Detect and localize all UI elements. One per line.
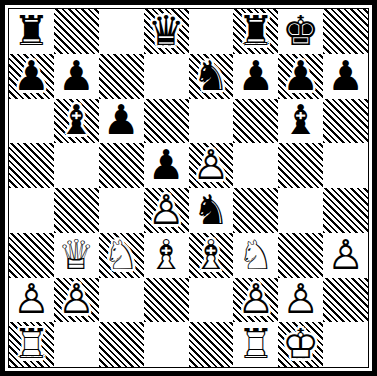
square-f6[interactable] xyxy=(233,99,278,144)
square-d3[interactable]: ♝♗ xyxy=(144,233,189,278)
black-pawn-glyph: ♟ xyxy=(99,99,144,144)
square-a4[interactable] xyxy=(9,188,54,233)
white-pawn: ♟♙ xyxy=(144,188,189,233)
square-a8[interactable]: ♜♜ xyxy=(9,9,54,54)
black-pawn: ♟♟ xyxy=(144,143,189,188)
white-knight: ♞♘ xyxy=(99,233,144,278)
square-g8[interactable]: ♚♚ xyxy=(278,9,323,54)
square-e6[interactable] xyxy=(189,99,234,144)
square-a1[interactable]: ♜♖ xyxy=(9,322,54,367)
white-knight-glyph: ♘ xyxy=(99,233,144,278)
white-pawn: ♟♙ xyxy=(233,278,278,323)
black-rook: ♜♜ xyxy=(233,9,278,54)
square-e7[interactable]: ♞♞ xyxy=(189,54,234,99)
square-e2[interactable] xyxy=(189,278,234,323)
black-pawn-glyph: ♟ xyxy=(323,54,368,99)
white-rook: ♜♖ xyxy=(233,322,278,367)
white-queen-glyph: ♕ xyxy=(54,233,99,278)
white-bishop: ♝♗ xyxy=(144,233,189,278)
white-pawn-glyph: ♙ xyxy=(278,278,323,323)
black-pawn: ♟♟ xyxy=(9,54,54,99)
black-pawn: ♟♟ xyxy=(323,54,368,99)
white-pawn-glyph: ♙ xyxy=(9,278,54,323)
square-f1[interactable]: ♜♖ xyxy=(233,322,278,367)
black-pawn-glyph: ♟ xyxy=(54,54,99,99)
black-pawn: ♟♟ xyxy=(278,54,323,99)
white-king: ♚♔ xyxy=(278,322,323,367)
square-b7[interactable]: ♟♟ xyxy=(54,54,99,99)
square-g5[interactable] xyxy=(278,143,323,188)
square-c6[interactable]: ♟♟ xyxy=(99,99,144,144)
square-c1[interactable] xyxy=(99,322,144,367)
white-bishop-glyph: ♗ xyxy=(189,233,234,278)
square-e8[interactable] xyxy=(189,9,234,54)
black-bishop-glyph: ♝ xyxy=(278,99,323,144)
white-rook-glyph: ♖ xyxy=(9,322,54,367)
square-e5[interactable]: ♟♙ xyxy=(189,143,234,188)
black-queen-glyph: ♛ xyxy=(144,9,189,54)
square-e3[interactable]: ♝♗ xyxy=(189,233,234,278)
white-pawn-glyph: ♙ xyxy=(233,278,278,323)
square-b6[interactable]: ♝♝ xyxy=(54,99,99,144)
white-pawn-glyph: ♙ xyxy=(323,233,368,278)
square-e1[interactable] xyxy=(189,322,234,367)
square-f7[interactable]: ♟♟ xyxy=(233,54,278,99)
diagram-border-gap: ♜♜♛♛♜♜♚♚♟♟♟♟♞♞♟♟♟♟♟♟♝♝♟♟♝♝♟♟♟♙♟♙♞♞♛♕♞♘♝♗… xyxy=(5,5,372,371)
white-king-glyph: ♔ xyxy=(278,322,323,367)
square-e4[interactable]: ♞♞ xyxy=(189,188,234,233)
square-f2[interactable]: ♟♙ xyxy=(233,278,278,323)
black-king: ♚♚ xyxy=(278,9,323,54)
square-h1[interactable] xyxy=(323,322,368,367)
white-pawn-glyph: ♙ xyxy=(189,143,234,188)
black-knight: ♞♞ xyxy=(189,54,234,99)
square-h2[interactable] xyxy=(323,278,368,323)
diagram-inner-border: ♜♜♛♛♜♜♚♚♟♟♟♟♞♞♟♟♟♟♟♟♝♝♟♟♝♝♟♟♟♙♟♙♞♞♛♕♞♘♝♗… xyxy=(8,8,369,368)
square-h8[interactable] xyxy=(323,9,368,54)
white-queen: ♛♕ xyxy=(54,233,99,278)
black-queen: ♛♛ xyxy=(144,9,189,54)
black-bishop: ♝♝ xyxy=(54,99,99,144)
black-knight-glyph: ♞ xyxy=(189,188,234,233)
white-pawn-glyph: ♙ xyxy=(144,188,189,233)
square-a5[interactable] xyxy=(9,143,54,188)
black-king-glyph: ♚ xyxy=(278,9,323,54)
black-rook-glyph: ♜ xyxy=(9,9,54,54)
square-c8[interactable] xyxy=(99,9,144,54)
square-a2[interactable]: ♟♙ xyxy=(9,278,54,323)
square-d8[interactable]: ♛♛ xyxy=(144,9,189,54)
black-bishop-glyph: ♝ xyxy=(54,99,99,144)
white-pawn: ♟♙ xyxy=(323,233,368,278)
black-knight-glyph: ♞ xyxy=(189,54,234,99)
square-g3[interactable] xyxy=(278,233,323,278)
square-c2[interactable] xyxy=(99,278,144,323)
square-f5[interactable] xyxy=(233,143,278,188)
square-g7[interactable]: ♟♟ xyxy=(278,54,323,99)
square-d2[interactable] xyxy=(144,278,189,323)
square-g2[interactable]: ♟♙ xyxy=(278,278,323,323)
square-a6[interactable] xyxy=(9,99,54,144)
square-h5[interactable] xyxy=(323,143,368,188)
white-knight: ♞♘ xyxy=(233,233,278,278)
white-rook-glyph: ♖ xyxy=(233,322,278,367)
white-knight-glyph: ♘ xyxy=(233,233,278,278)
square-a3[interactable] xyxy=(9,233,54,278)
black-pawn: ♟♟ xyxy=(99,99,144,144)
square-b4[interactable] xyxy=(54,188,99,233)
black-pawn-glyph: ♟ xyxy=(144,143,189,188)
black-pawn-glyph: ♟ xyxy=(278,54,323,99)
square-g6[interactable]: ♝♝ xyxy=(278,99,323,144)
black-rook: ♜♜ xyxy=(9,9,54,54)
square-d4[interactable]: ♟♙ xyxy=(144,188,189,233)
square-b2[interactable]: ♟♙ xyxy=(54,278,99,323)
black-pawn: ♟♟ xyxy=(233,54,278,99)
diagram-outer-border: ♜♜♛♛♜♜♚♚♟♟♟♟♞♞♟♟♟♟♟♟♝♝♟♟♝♝♟♟♟♙♟♙♞♞♛♕♞♘♝♗… xyxy=(0,0,377,376)
white-bishop-glyph: ♗ xyxy=(144,233,189,278)
square-d1[interactable] xyxy=(144,322,189,367)
square-c7[interactable] xyxy=(99,54,144,99)
white-pawn-glyph: ♙ xyxy=(54,278,99,323)
square-a7[interactable]: ♟♟ xyxy=(9,54,54,99)
square-b5[interactable] xyxy=(54,143,99,188)
black-knight: ♞♞ xyxy=(189,188,234,233)
square-h4[interactable] xyxy=(323,188,368,233)
white-rook: ♜♖ xyxy=(9,322,54,367)
square-c3[interactable]: ♞♘ xyxy=(99,233,144,278)
black-pawn: ♟♟ xyxy=(54,54,99,99)
square-d5[interactable]: ♟♟ xyxy=(144,143,189,188)
black-rook-glyph: ♜ xyxy=(233,9,278,54)
black-pawn-glyph: ♟ xyxy=(9,54,54,99)
square-b8[interactable] xyxy=(54,9,99,54)
white-pawn: ♟♙ xyxy=(9,278,54,323)
square-d6[interactable] xyxy=(144,99,189,144)
square-h3[interactable]: ♟♙ xyxy=(323,233,368,278)
square-f8[interactable]: ♜♜ xyxy=(233,9,278,54)
square-d7[interactable] xyxy=(144,54,189,99)
black-bishop: ♝♝ xyxy=(278,99,323,144)
square-b3[interactable]: ♛♕ xyxy=(54,233,99,278)
square-c4[interactable] xyxy=(99,188,144,233)
square-h6[interactable] xyxy=(323,99,368,144)
square-h7[interactable]: ♟♟ xyxy=(323,54,368,99)
chess-board: ♜♜♛♛♜♜♚♚♟♟♟♟♞♞♟♟♟♟♟♟♝♝♟♟♝♝♟♟♟♙♟♙♞♞♛♕♞♘♝♗… xyxy=(9,9,368,367)
square-g4[interactable] xyxy=(278,188,323,233)
white-bishop: ♝♗ xyxy=(189,233,234,278)
black-pawn-glyph: ♟ xyxy=(233,54,278,99)
square-f3[interactable]: ♞♘ xyxy=(233,233,278,278)
square-c5[interactable] xyxy=(99,143,144,188)
white-pawn: ♟♙ xyxy=(278,278,323,323)
square-b1[interactable] xyxy=(54,322,99,367)
white-pawn: ♟♙ xyxy=(54,278,99,323)
square-g1[interactable]: ♚♔ xyxy=(278,322,323,367)
square-f4[interactable] xyxy=(233,188,278,233)
white-pawn: ♟♙ xyxy=(189,143,234,188)
